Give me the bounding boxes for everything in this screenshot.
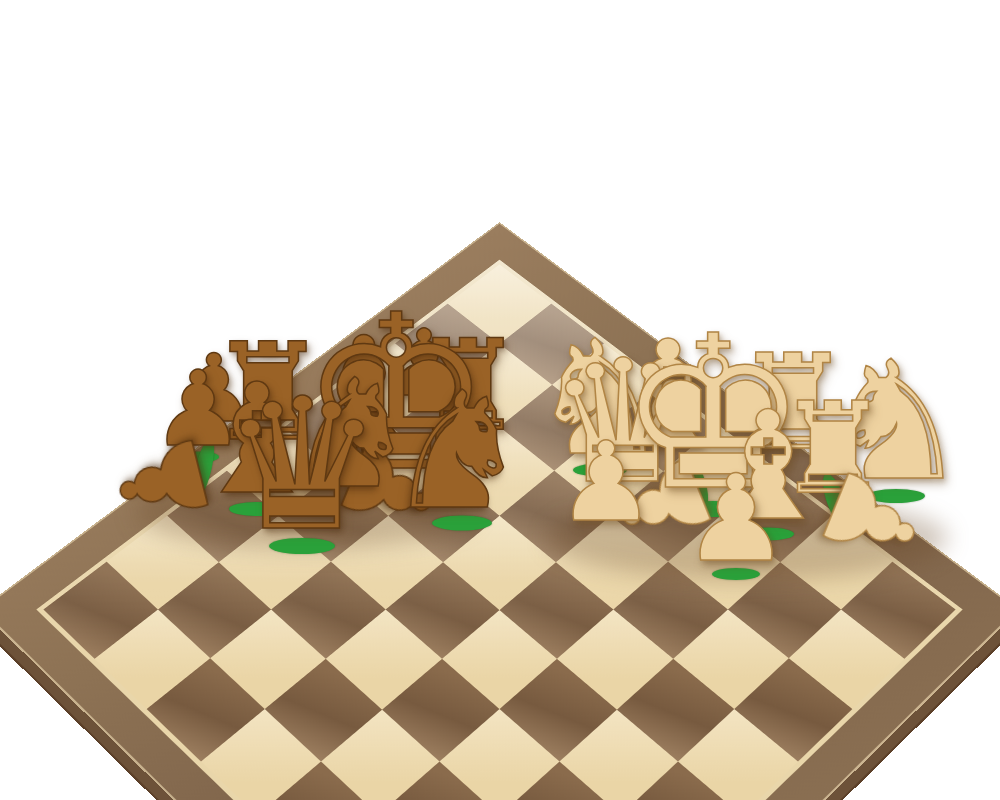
dark-knight-right[interactable]: ♞ (384, 370, 529, 532)
dark-queen[interactable]: ♛ (220, 374, 383, 556)
light-pawn-front[interactable]: ♟ (682, 459, 790, 579)
chess-set-photo: ♟♟♝♜♜♚♟♟♟♞♝♞♛♜♝♞♞♛♟♜♚♟♟♝♟ (0, 0, 1000, 800)
light-pawn-left[interactable]: ♟ (557, 427, 656, 537)
piece-layer: ♟♟♝♜♜♚♟♟♟♞♝♞♛♜♝♞♞♛♟♜♚♟♟♝♟ (0, 0, 1000, 800)
